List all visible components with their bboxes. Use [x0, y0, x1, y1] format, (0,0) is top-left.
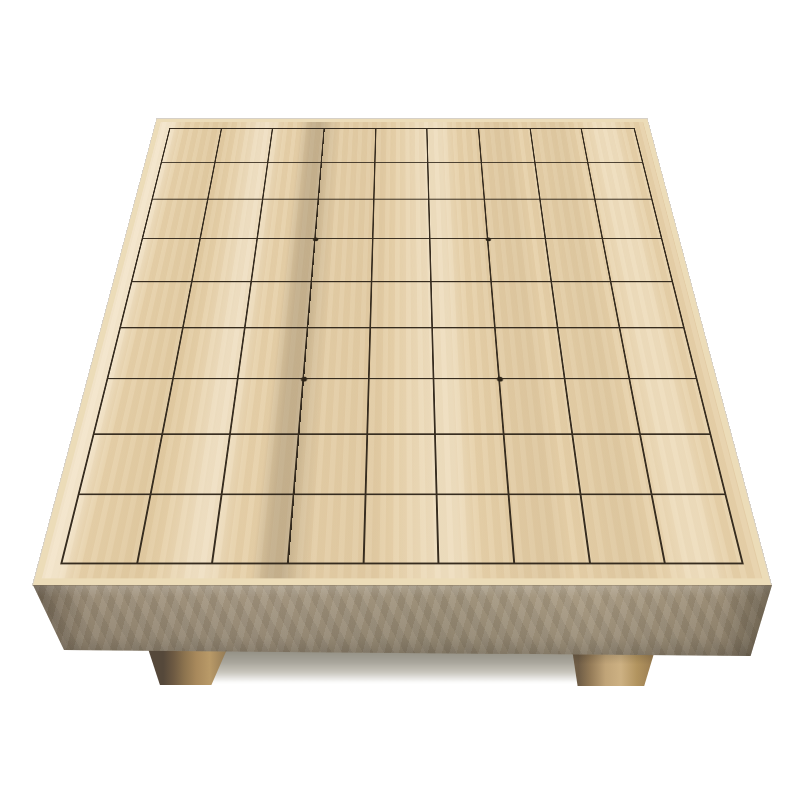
grid-cell: [246, 282, 312, 328]
grid-cell: [312, 239, 373, 282]
grid-cell: [223, 435, 300, 496]
grid-cell: [436, 435, 509, 496]
grid-cell: [510, 495, 591, 562]
grid-cell: [192, 239, 258, 282]
grid-cell: [573, 435, 653, 496]
grid-cell: [143, 200, 208, 240]
grid-cell: [435, 379, 505, 434]
grid-cell: [433, 329, 500, 380]
grid-cell: [316, 200, 375, 240]
grid-cell: [264, 163, 322, 200]
grid-cell: [108, 329, 183, 380]
grid-cell: [546, 239, 612, 282]
shogi-board-top-surface: [33, 119, 771, 585]
grid-cell: [368, 379, 436, 434]
grid-cell: [653, 495, 741, 562]
grid-cell: [488, 239, 551, 282]
grid-cell: [429, 163, 485, 200]
grid-cell: [299, 379, 369, 434]
grid-cell: [151, 435, 231, 496]
grid-cell: [308, 282, 372, 328]
grid-cell: [428, 129, 482, 163]
grid-cell: [369, 329, 434, 380]
grid-cell: [431, 239, 492, 282]
grid-cell: [438, 495, 515, 562]
shogi-grid: [60, 128, 744, 564]
grid-cell: [582, 129, 642, 163]
grid-cell: [366, 435, 438, 496]
grid-cell: [375, 129, 428, 163]
grid-cell: [319, 163, 375, 200]
grid-cell: [432, 282, 496, 328]
grid-cell: [596, 200, 661, 240]
grid-cell: [163, 379, 239, 434]
grid-cell: [492, 282, 558, 328]
grid-cell: [213, 495, 294, 562]
grid-cell: [121, 282, 192, 328]
grid-cell: [294, 435, 367, 496]
grid-cell: [373, 200, 431, 240]
grid-cell: [479, 129, 535, 163]
grid-cell: [322, 129, 376, 163]
grid-cell: [79, 435, 162, 496]
hoshi-dot: [486, 237, 492, 241]
grid-cell: [482, 163, 540, 200]
grid-cell: [208, 163, 268, 200]
grid-cell: [374, 163, 429, 200]
grid-cell: [612, 282, 683, 328]
grid-cell: [231, 379, 304, 434]
grid-cell: [304, 329, 371, 380]
grid-cell: [535, 163, 595, 200]
hoshi-dot: [497, 377, 503, 382]
grid-cell: [252, 239, 315, 282]
grid-cell: [371, 282, 434, 328]
grid-cell: [173, 329, 245, 380]
board-leg-right: [565, 650, 655, 686]
grid-cell: [289, 495, 366, 562]
grid-cell: [153, 163, 215, 200]
grid-cell: [215, 129, 273, 163]
grid-cell: [631, 379, 710, 434]
grid-cell: [485, 200, 546, 240]
grid-cell: [500, 379, 573, 434]
grid-cell: [505, 435, 582, 496]
board-front-face: [33, 584, 772, 657]
grid-cell: [269, 129, 325, 163]
grid-cell: [540, 200, 603, 240]
product-photo-canvas: [0, 0, 800, 800]
grid-cell: [641, 435, 724, 496]
grid-cell: [430, 200, 489, 240]
grid-cell: [183, 282, 252, 328]
grid-cell: [372, 239, 432, 282]
grid-cell: [162, 129, 222, 163]
grid-cell: [589, 163, 651, 200]
grid-cell: [63, 495, 151, 562]
grid-cell: [364, 495, 439, 562]
grid-cell: [94, 379, 173, 434]
grid-cell: [581, 495, 666, 562]
grid-cell: [558, 329, 630, 380]
grid-cell: [552, 282, 621, 328]
grid-cell: [565, 379, 641, 434]
grid-cell: [132, 239, 200, 282]
grid-cell: [496, 329, 565, 380]
grid-cell: [239, 329, 308, 380]
grid-cell: [200, 200, 263, 240]
grid-cell: [604, 239, 672, 282]
grid-cell: [258, 200, 319, 240]
grid-cell: [531, 129, 589, 163]
grid-cell: [138, 495, 223, 562]
grid-cell: [621, 329, 696, 380]
